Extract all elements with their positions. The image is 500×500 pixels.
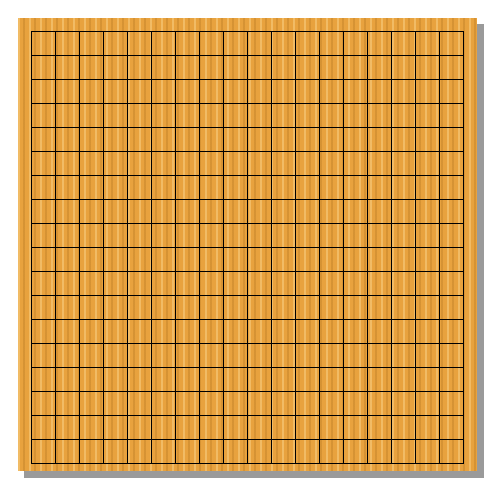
board-shadow-right [477, 24, 484, 477]
go-board-diagram [0, 0, 500, 500]
goban [19, 19, 475, 475]
watermark [377, 481, 500, 500]
